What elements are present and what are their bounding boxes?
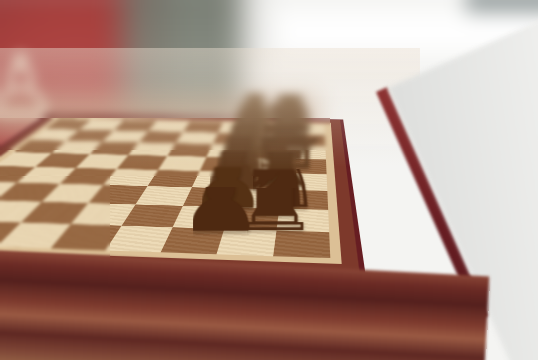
square-b7: ♟ xyxy=(250,133,289,145)
square-c3 xyxy=(90,142,139,155)
square-a8: ♜ xyxy=(289,124,325,135)
square-a6 xyxy=(218,122,256,133)
square-b8: ♞ xyxy=(287,134,325,146)
square-g7: ♟ xyxy=(224,207,279,230)
square-g5 xyxy=(121,204,182,227)
square-c1 xyxy=(14,140,66,153)
square-f8: ♝ xyxy=(279,190,328,210)
square-c8: ♝ xyxy=(286,146,326,160)
square-e8: ♚ xyxy=(282,173,328,191)
square-c6 xyxy=(206,144,249,158)
square-d5 xyxy=(158,156,206,171)
square-d7: ♟ xyxy=(242,158,286,174)
square-e5 xyxy=(147,170,199,187)
square-c7: ♟ xyxy=(246,145,288,159)
square-e3 xyxy=(60,168,117,185)
square-g8: ♞ xyxy=(276,209,329,233)
square-h8: ♜ xyxy=(273,231,330,259)
square-e6 xyxy=(192,171,242,188)
square-b1 xyxy=(30,129,79,141)
chess-board-grid: ♜♞♝♛♚♝♞♜♟♟♟♟♟♟♟♟ xyxy=(0,119,330,258)
square-a7: ♟ xyxy=(253,123,290,134)
square-b5 xyxy=(176,132,218,144)
square-e7: ♟ xyxy=(237,172,284,190)
square-d6 xyxy=(200,157,246,172)
square-h7: ♟ xyxy=(216,229,276,256)
board-border-strip: ♜♞♝♛♚♝♞♜♟♟♟♟♟♟♟♟ xyxy=(0,117,342,264)
square-f3 xyxy=(42,184,104,203)
square-a5 xyxy=(183,122,223,133)
chess-board: ♜♞♝♛♚♝♞♜♟♟♟♟♟♟♟♟ xyxy=(0,114,366,277)
square-f7: ♟ xyxy=(231,188,282,208)
square-h5 xyxy=(105,226,172,253)
square-f6 xyxy=(183,187,237,207)
square-b6 xyxy=(213,133,254,145)
chessboard-photo: ♙ ♜♞♝♛♚♝♞♜♟♟♟♟♟♟♟♟ xyxy=(0,0,538,360)
square-d8: ♛ xyxy=(284,159,327,175)
square-g6 xyxy=(173,206,231,229)
